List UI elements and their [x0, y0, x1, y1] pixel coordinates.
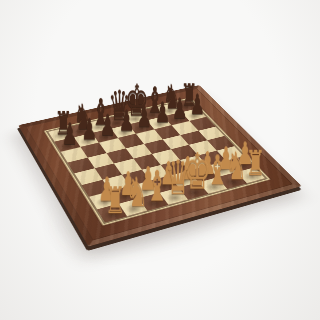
- black-pawn-d7[interactable]: ♟: [118, 107, 134, 136]
- board-playfield: ♜♞♝♛♚♝♞♜♟♟♟♟♟♟♟♟♟♟♟♟♟♟♟♟♜♞♝♛♚♝♞♜: [48, 100, 265, 223]
- square-a7[interactable]: ♟: [54, 137, 80, 152]
- board-grid: ♜♞♝♛♚♝♞♜♟♟♟♟♟♟♟♟♟♟♟♟♟♟♟♟♜♞♝♛♚♝♞♜: [48, 100, 265, 223]
- black-pawn-g7[interactable]: ♟: [172, 95, 188, 123]
- black-pawn-e7[interactable]: ♟: [137, 102, 153, 131]
- black-pawn-c7[interactable]: ♟: [100, 111, 116, 140]
- square-a6[interactable]: [61, 147, 87, 162]
- white-rook-h1[interactable]: ♜: [246, 146, 265, 181]
- black-pawn-b7[interactable]: ♟: [81, 115, 97, 144]
- black-pawn-a7[interactable]: ♟: [62, 119, 79, 149]
- black-pawn-h7[interactable]: ♟: [189, 91, 205, 119]
- white-knight-b1[interactable]: ♞: [126, 173, 148, 213]
- black-pawn-f7[interactable]: ♟: [155, 98, 171, 126]
- white-bishop-c1[interactable]: ♝: [146, 165, 169, 207]
- white-rook-a1[interactable]: ♜: [105, 182, 126, 219]
- scene: ♜♞♝♛♚♝♞♜♟♟♟♟♟♟♟♟♟♟♟♟♟♟♟♟♜♞♝♛♚♝♞♜: [0, 0, 320, 320]
- white-knight-g1[interactable]: ♞: [226, 147, 247, 185]
- square-a1[interactable]: ♜: [97, 204, 127, 223]
